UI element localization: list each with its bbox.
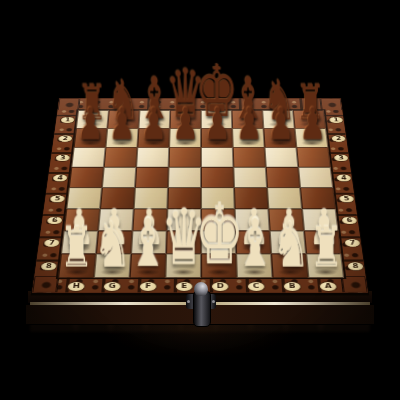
square (298, 167, 333, 187)
square (104, 148, 138, 168)
square (266, 167, 300, 187)
square: ♟ (106, 129, 139, 148)
square (102, 167, 136, 187)
square: ♟ (295, 129, 329, 148)
file-label: B (283, 281, 302, 291)
file-label: F (139, 281, 158, 291)
square (135, 167, 169, 187)
square: ♚ (201, 254, 237, 278)
dark-pawn: ♟ (172, 102, 199, 147)
square: ♝ (236, 254, 272, 278)
latch-body (193, 291, 211, 327)
square (136, 148, 169, 168)
file-label: H (66, 281, 86, 291)
square: ♜ (306, 254, 344, 278)
light-knight: ♞ (93, 213, 131, 276)
square: ♟ (232, 129, 264, 148)
square: ♟ (169, 129, 201, 148)
latch-knob (194, 282, 208, 296)
square (201, 167, 234, 187)
light-rook: ♜ (309, 221, 342, 276)
chessboard: ♜♞♝♛♚♝♞♜♟♟♟♟♟♟♟♟♟♟♟♟♟♟♟♟♜♞♝♛♚♝♞♜ 1234567… (31, 98, 369, 293)
latch-screw (212, 300, 215, 303)
dark-pawn: ♟ (140, 102, 167, 147)
dark-pawn: ♟ (235, 102, 262, 147)
light-bishop: ♝ (235, 210, 275, 276)
file-label: G (102, 281, 121, 291)
square: ♞ (94, 254, 131, 278)
square: ♟ (263, 129, 296, 148)
square (296, 148, 330, 168)
latch (186, 282, 216, 334)
square: ♟ (74, 129, 108, 148)
dark-pawn: ♟ (299, 102, 326, 147)
square (233, 148, 266, 168)
light-knight: ♞ (271, 213, 309, 276)
square: ♜ (58, 254, 96, 278)
square (169, 148, 201, 168)
chess-set-photo: ♜♞♝♛♚♝♞♜♟♟♟♟♟♟♟♟♟♟♟♟♟♟♟♟♜♞♝♛♚♝♞♜ 1234567… (0, 0, 400, 400)
square (233, 167, 267, 187)
square: ♟ (137, 129, 169, 148)
square (69, 167, 104, 187)
dark-pawn: ♟ (203, 102, 230, 147)
latch-screw (187, 300, 190, 303)
square: ♟ (201, 129, 233, 148)
square (168, 167, 201, 187)
square (71, 148, 105, 168)
square (265, 148, 299, 168)
file-label: C (247, 281, 266, 291)
file-label: A (318, 281, 338, 291)
dark-pawn: ♟ (108, 102, 135, 147)
dark-pawn: ♟ (267, 102, 294, 147)
rank-label: 1 (328, 116, 344, 123)
light-rook: ♜ (59, 221, 92, 276)
square: ♞ (271, 254, 308, 278)
square (201, 148, 233, 168)
dark-pawn: ♟ (76, 102, 103, 147)
board-squares: ♜♞♝♛♚♝♞♜♟♟♟♟♟♟♟♟♟♟♟♟♟♟♟♟♜♞♝♛♚♝♞♜ (58, 110, 344, 277)
